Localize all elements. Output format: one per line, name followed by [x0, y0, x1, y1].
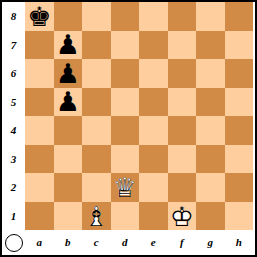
- square-h1[interactable]: [225, 202, 254, 231]
- rank-label-7: 7: [2, 31, 25, 60]
- square-e1[interactable]: [139, 202, 168, 231]
- square-c2[interactable]: [82, 173, 111, 202]
- square-b2[interactable]: [54, 173, 83, 202]
- white-king-icon[interactable]: ♚♔: [168, 202, 197, 231]
- rank-labels: 87654321: [2, 2, 25, 230]
- square-e6[interactable]: [139, 59, 168, 88]
- square-c7[interactable]: [82, 31, 111, 60]
- square-d6[interactable]: [111, 59, 140, 88]
- square-a3[interactable]: [25, 145, 54, 174]
- square-g8[interactable]: [196, 2, 225, 31]
- square-e5[interactable]: [139, 88, 168, 117]
- square-e8[interactable]: [139, 2, 168, 31]
- square-b3[interactable]: [54, 145, 83, 174]
- rank-label-3: 3: [2, 145, 25, 174]
- side-to-move-indicator: [5, 234, 23, 252]
- square-f7[interactable]: [168, 31, 197, 60]
- square-f2[interactable]: [168, 173, 197, 202]
- square-h2[interactable]: [225, 173, 254, 202]
- square-e3[interactable]: [139, 145, 168, 174]
- square-a2[interactable]: [25, 173, 54, 202]
- file-label-c: c: [82, 230, 111, 253]
- square-d4[interactable]: [111, 116, 140, 145]
- square-h8[interactable]: [225, 2, 254, 31]
- square-g6[interactable]: [196, 59, 225, 88]
- square-f5[interactable]: [168, 88, 197, 117]
- square-f3[interactable]: [168, 145, 197, 174]
- square-b8[interactable]: [54, 2, 83, 31]
- square-c8[interactable]: [82, 2, 111, 31]
- square-d3[interactable]: [111, 145, 140, 174]
- square-b7[interactable]: ♟: [54, 31, 83, 60]
- square-e2[interactable]: [139, 173, 168, 202]
- chess-diagram: 87654321 ♚♟♟♟♛♕♝♗♚♔ abcdefgh: [0, 0, 257, 257]
- board: ♚♟♟♟♛♕♝♗♚♔: [25, 2, 253, 230]
- rank-label-8: 8: [2, 2, 25, 31]
- square-e7[interactable]: [139, 31, 168, 60]
- square-f1[interactable]: ♚♔: [168, 202, 197, 231]
- square-h5[interactable]: [225, 88, 254, 117]
- square-g7[interactable]: [196, 31, 225, 60]
- square-h3[interactable]: [225, 145, 254, 174]
- white-bishop-icon[interactable]: ♝♗: [82, 202, 111, 231]
- square-f6[interactable]: [168, 59, 197, 88]
- square-g4[interactable]: [196, 116, 225, 145]
- square-c4[interactable]: [82, 116, 111, 145]
- square-g1[interactable]: [196, 202, 225, 231]
- square-f4[interactable]: [168, 116, 197, 145]
- file-label-g: g: [196, 230, 225, 253]
- square-e4[interactable]: [139, 116, 168, 145]
- square-b5[interactable]: ♟: [54, 88, 83, 117]
- square-c5[interactable]: [82, 88, 111, 117]
- square-h6[interactable]: [225, 59, 254, 88]
- file-label-h: h: [225, 230, 254, 253]
- rank-label-1: 1: [2, 202, 25, 231]
- white-queen-icon[interactable]: ♛♕: [111, 173, 140, 202]
- black-pawn-icon[interactable]: ♟: [54, 31, 83, 60]
- rank-label-2: 2: [2, 173, 25, 202]
- square-h4[interactable]: [225, 116, 254, 145]
- square-a5[interactable]: [25, 88, 54, 117]
- square-a1[interactable]: [25, 202, 54, 231]
- file-label-d: d: [111, 230, 140, 253]
- square-d2[interactable]: ♛♕: [111, 173, 140, 202]
- square-b1[interactable]: [54, 202, 83, 231]
- square-c6[interactable]: [82, 59, 111, 88]
- black-king-icon[interactable]: ♚: [25, 2, 54, 31]
- square-g3[interactable]: [196, 145, 225, 174]
- square-c1[interactable]: ♝♗: [82, 202, 111, 231]
- square-f8[interactable]: [168, 2, 197, 31]
- square-d8[interactable]: [111, 2, 140, 31]
- black-pawn-icon[interactable]: ♟: [54, 88, 83, 117]
- file-label-f: f: [168, 230, 197, 253]
- square-c3[interactable]: [82, 145, 111, 174]
- rank-label-4: 4: [2, 116, 25, 145]
- file-label-a: a: [25, 230, 54, 253]
- file-label-b: b: [54, 230, 83, 253]
- rank-label-5: 5: [2, 88, 25, 117]
- file-label-e: e: [139, 230, 168, 253]
- square-d7[interactable]: [111, 31, 140, 60]
- square-h7[interactable]: [225, 31, 254, 60]
- square-d1[interactable]: [111, 202, 140, 231]
- file-labels: abcdefgh: [25, 230, 253, 253]
- square-g2[interactable]: [196, 173, 225, 202]
- square-a6[interactable]: [25, 59, 54, 88]
- square-b4[interactable]: [54, 116, 83, 145]
- black-pawn-icon[interactable]: ♟: [54, 59, 83, 88]
- square-d5[interactable]: [111, 88, 140, 117]
- square-b6[interactable]: ♟: [54, 59, 83, 88]
- square-a8[interactable]: ♚: [25, 2, 54, 31]
- square-a4[interactable]: [25, 116, 54, 145]
- rank-label-6: 6: [2, 59, 25, 88]
- square-g5[interactable]: [196, 88, 225, 117]
- square-a7[interactable]: [25, 31, 54, 60]
